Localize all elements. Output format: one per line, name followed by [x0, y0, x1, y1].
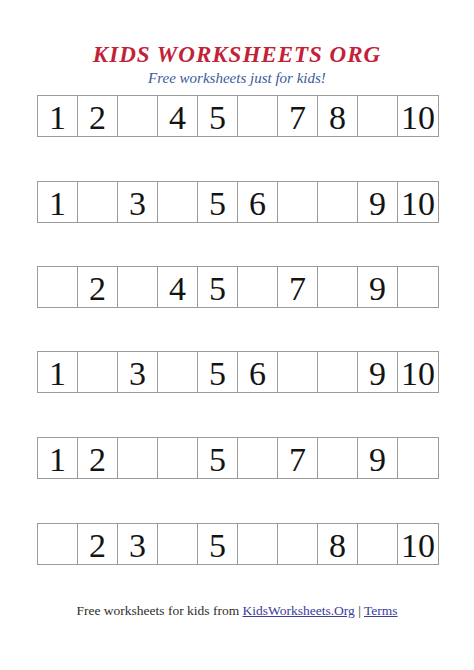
- number-cell: 5: [198, 267, 238, 307]
- footer-text: Free worksheets for kids from: [76, 603, 242, 618]
- number-row-6: 235810: [37, 523, 439, 565]
- empty-cell: [38, 267, 78, 307]
- empty-cell: [158, 438, 198, 478]
- footer-separator: |: [355, 603, 364, 618]
- number-cell: 1: [38, 352, 78, 392]
- number-cell: 6: [238, 352, 278, 392]
- number-cell: 7: [278, 438, 318, 478]
- number-row-5: 12579: [37, 437, 439, 479]
- empty-cell: [238, 96, 278, 136]
- empty-cell: [158, 182, 198, 222]
- empty-cell: [318, 267, 358, 307]
- empty-cell: [118, 438, 158, 478]
- number-cell: 5: [198, 438, 238, 478]
- number-cell: 1: [38, 182, 78, 222]
- empty-cell: [278, 352, 318, 392]
- empty-cell: [118, 96, 158, 136]
- number-row-2: 1356910: [37, 181, 439, 223]
- page-title: KIDS WORKSHEETS ORG: [0, 42, 474, 67]
- number-cell: 5: [198, 96, 238, 136]
- number-cell: 7: [278, 267, 318, 307]
- number-cell: 2: [78, 267, 118, 307]
- empty-cell: [278, 182, 318, 222]
- number-cell: 8: [318, 524, 358, 564]
- number-cell: 10: [398, 524, 438, 564]
- number-cell: 5: [198, 524, 238, 564]
- number-cell: 3: [118, 524, 158, 564]
- number-cell: 10: [398, 182, 438, 222]
- number-cell: 2: [78, 438, 118, 478]
- number-cell: 1: [38, 96, 78, 136]
- empty-cell: [238, 267, 278, 307]
- number-cell: 9: [358, 438, 398, 478]
- empty-cell: [318, 352, 358, 392]
- empty-cell: [278, 524, 318, 564]
- empty-cell: [398, 267, 438, 307]
- number-cell: 8: [318, 96, 358, 136]
- number-cell: 6: [238, 182, 278, 222]
- number-cell: 9: [358, 267, 398, 307]
- number-row-3: 24579: [37, 266, 439, 308]
- number-cell: 2: [78, 524, 118, 564]
- empty-cell: [358, 96, 398, 136]
- empty-cell: [38, 524, 78, 564]
- number-cell: 10: [398, 96, 438, 136]
- empty-cell: [158, 352, 198, 392]
- empty-cell: [78, 182, 118, 222]
- number-cell: 5: [198, 352, 238, 392]
- number-cell: 3: [118, 182, 158, 222]
- empty-cell: [398, 438, 438, 478]
- number-cell: 5: [198, 182, 238, 222]
- empty-cell: [238, 438, 278, 478]
- number-row-1: 12457810: [37, 95, 439, 137]
- site-link[interactable]: KidsWorksheets.Org: [243, 603, 355, 618]
- worksheet-footer: Free worksheets for kids from KidsWorksh…: [0, 603, 474, 619]
- number-cell: 1: [38, 438, 78, 478]
- empty-cell: [158, 524, 198, 564]
- page-subtitle: Free worksheets just for kids!: [0, 70, 474, 87]
- worksheet-header: KIDS WORKSHEETS ORG Free worksheets just…: [0, 42, 474, 87]
- empty-cell: [318, 182, 358, 222]
- number-cell: 4: [158, 267, 198, 307]
- number-cell: 2: [78, 96, 118, 136]
- empty-cell: [358, 524, 398, 564]
- terms-link[interactable]: Terms: [364, 603, 398, 618]
- empty-cell: [238, 524, 278, 564]
- number-cell: 7: [278, 96, 318, 136]
- number-cell: 9: [358, 352, 398, 392]
- number-cell: 4: [158, 96, 198, 136]
- number-cell: 10: [398, 352, 438, 392]
- number-row-4: 1356910: [37, 351, 439, 393]
- empty-cell: [318, 438, 358, 478]
- number-cell: 3: [118, 352, 158, 392]
- number-cell: 9: [358, 182, 398, 222]
- empty-cell: [78, 352, 118, 392]
- empty-cell: [118, 267, 158, 307]
